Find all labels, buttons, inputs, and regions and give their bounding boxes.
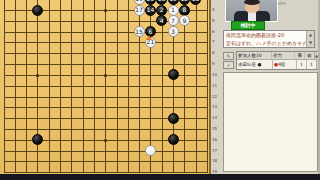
white-stone-3: 3 (168, 26, 179, 37)
letterbox-bar (0, 174, 320, 180)
row-label: 17 (212, 149, 217, 153)
participants-table: 参加人数10 棋力 勝 敗 ▲ 依田紀基 ● ●9段 1 1 (236, 51, 319, 70)
white-stone (145, 145, 156, 156)
black-stone (168, 134, 179, 145)
scroll-up-icon[interactable]: ▲ (307, 31, 314, 39)
grid-line-h (4, 107, 208, 108)
row-label: 13 (212, 105, 217, 109)
side-panel: 接続中 検討中 依田流革命的囲碁講座-20 定石はずれ、ハメ手のとがめ方その3 … (222, 0, 320, 174)
black-stone-10: 10 (168, 0, 179, 5)
infobox-scrollbar[interactable]: ▲ ▼ (306, 31, 314, 47)
white-stone-7: 7 (168, 15, 179, 26)
go-board[interactable]: 1920181012161714218479156321 (0, 0, 211, 174)
grid-line-h (4, 97, 208, 98)
star-point (104, 139, 107, 142)
table-header-row: 参加人数10 棋力 勝 敗 ▲ (237, 52, 318, 60)
star-point (36, 74, 39, 77)
player-losses-cell: 1 (306, 60, 316, 69)
go-software-window: 1920181012161714218479156321 45678910111… (0, 0, 320, 180)
row-label: 10 (212, 73, 217, 77)
white-stone-17: 17 (134, 5, 145, 16)
black-stone (32, 134, 43, 145)
row-label: 16 (212, 138, 217, 142)
row-label: 8 (212, 51, 215, 55)
row-label: 9 (212, 62, 215, 66)
lecture-title-line2: 定石はずれ、ハメ手のとがめ方その3 (224, 39, 314, 47)
row-label: 18 (212, 159, 217, 163)
white-stone-19: 19 (134, 0, 145, 5)
message-area[interactable] (223, 72, 318, 172)
lecture-title-line1: 依田流革命的囲碁講座-20 (224, 31, 314, 39)
header-wins: 勝 (294, 52, 304, 59)
status-badge: 検討中 (231, 21, 265, 30)
row-label: 11 (212, 84, 217, 88)
star-point (104, 74, 107, 77)
row-label: 7 (212, 40, 215, 44)
row-label: 14 (212, 116, 217, 120)
black-stone-18: 18 (156, 0, 167, 5)
lecturer-shirt (248, 12, 256, 21)
row-label: 12 (212, 95, 217, 99)
black-stone-4: 4 (156, 15, 167, 26)
white-stone-15: 15 (134, 26, 145, 37)
table-row[interactable]: 依田紀基 ● ●9段 1 1 (237, 60, 318, 69)
black-stone-8: 8 (179, 5, 190, 16)
black-stone (168, 113, 179, 124)
header-participants: 参加人数10 (237, 52, 271, 59)
star-point (104, 9, 107, 12)
row-coordinate-strip: 45678910111213141516171819 (211, 0, 222, 174)
scroll-down-icon[interactable]: ▼ (307, 39, 314, 47)
black-stone-2: 2 (156, 5, 167, 16)
row-label: 6 (212, 30, 215, 34)
grid-line-h (4, 42, 208, 43)
header-losses: 敗 (304, 52, 314, 59)
row-label: 15 (212, 127, 217, 131)
player-rank-cell: ●9段 (272, 60, 296, 69)
annotation-marker (146, 35, 152, 40)
grid-line-h (4, 151, 208, 152)
grid-line-h (4, 86, 208, 87)
grid-line-h (4, 129, 208, 130)
grid-line-h (4, 64, 208, 65)
lecture-title-box: 依田流革命的囲碁講座-20 定石はずれ、ハメ手のとがめ方その3 ▲ ▼ (223, 30, 315, 48)
header-strength: 棋力 (271, 52, 294, 59)
black-stone-icon: ● (257, 62, 261, 67)
panel-side-buttons: ✎ ✓ (223, 52, 235, 70)
row-label: 4 (212, 8, 215, 12)
black-stone (168, 69, 179, 80)
black-stone-20: 20 (145, 0, 156, 5)
black-stone-14: 14 (145, 5, 156, 16)
black-stone-16: 16 (190, 0, 201, 5)
player-wins-cell: 1 (296, 60, 306, 69)
white-stone-9: 9 (179, 15, 190, 26)
grid-line-h (4, 161, 208, 162)
lecturer-photo (225, 0, 278, 22)
row-label: 5 (212, 19, 215, 23)
player-name-cell: 依田紀基 ● (237, 60, 272, 69)
black-stone (32, 5, 43, 16)
edit-button[interactable]: ✎ (223, 52, 234, 60)
black-stone-12: 12 (179, 0, 190, 5)
check-button[interactable]: ✓ (223, 61, 234, 69)
grid-line-h (4, 53, 208, 54)
white-stone-1: 1 (168, 5, 179, 16)
